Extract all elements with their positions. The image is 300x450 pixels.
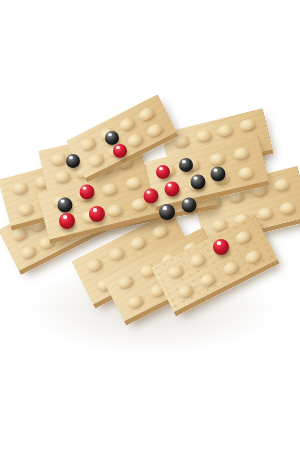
socket-bump <box>129 234 148 251</box>
socket-bump <box>233 228 252 245</box>
socket-bump <box>19 244 38 261</box>
black-marble[interactable] <box>66 154 80 168</box>
black-marble[interactable] <box>159 204 175 220</box>
socket-bump <box>107 245 126 262</box>
socket-bump <box>216 123 234 138</box>
socket-bump <box>105 203 123 218</box>
black-marble[interactable] <box>211 167 226 182</box>
black-marble[interactable] <box>191 175 206 190</box>
red-marble[interactable] <box>156 165 170 179</box>
socket-bump <box>85 257 104 274</box>
red-marble[interactable] <box>213 239 229 255</box>
black-marble[interactable] <box>179 158 193 172</box>
socket-bump <box>256 206 274 221</box>
red-marble[interactable] <box>144 189 159 204</box>
socket-bump <box>126 293 145 310</box>
socket-bump <box>145 122 164 139</box>
socket-bump <box>150 223 169 240</box>
socket-bump <box>238 117 256 132</box>
socket-bump <box>221 260 240 277</box>
socket-bump <box>244 248 263 265</box>
socket-bump <box>86 152 105 169</box>
socket-bump <box>273 177 291 192</box>
socket-bump <box>53 170 71 184</box>
socket-bump <box>125 176 143 191</box>
socket-bump <box>194 128 212 143</box>
socket-bump <box>232 146 250 160</box>
socket-bump <box>176 283 195 300</box>
socket-bump <box>278 200 296 215</box>
socket-bump <box>16 202 34 217</box>
red-marble[interactable] <box>89 206 105 222</box>
black-marble[interactable] <box>105 131 119 145</box>
socket-bump <box>10 181 28 196</box>
black-marble[interactable] <box>58 198 73 213</box>
socket-bump <box>237 166 255 180</box>
socket-bump <box>198 271 217 288</box>
socket-bump <box>208 152 226 166</box>
red-marble[interactable] <box>59 213 75 229</box>
socket-bump <box>188 251 207 268</box>
socket-bump <box>117 115 136 132</box>
socket-bump <box>49 152 67 166</box>
black-marble[interactable] <box>182 198 197 213</box>
socket-bump <box>137 105 156 122</box>
socket-bump <box>116 274 135 291</box>
board-photo-stage <box>0 0 300 450</box>
socket-bump <box>165 263 184 280</box>
socket-bump <box>78 135 97 152</box>
red-marble[interactable] <box>165 182 180 197</box>
red-marble[interactable] <box>113 144 127 158</box>
socket-bump <box>126 132 145 149</box>
board-scene <box>0 0 300 450</box>
socket-bump <box>100 182 118 197</box>
red-marble[interactable] <box>80 185 95 200</box>
